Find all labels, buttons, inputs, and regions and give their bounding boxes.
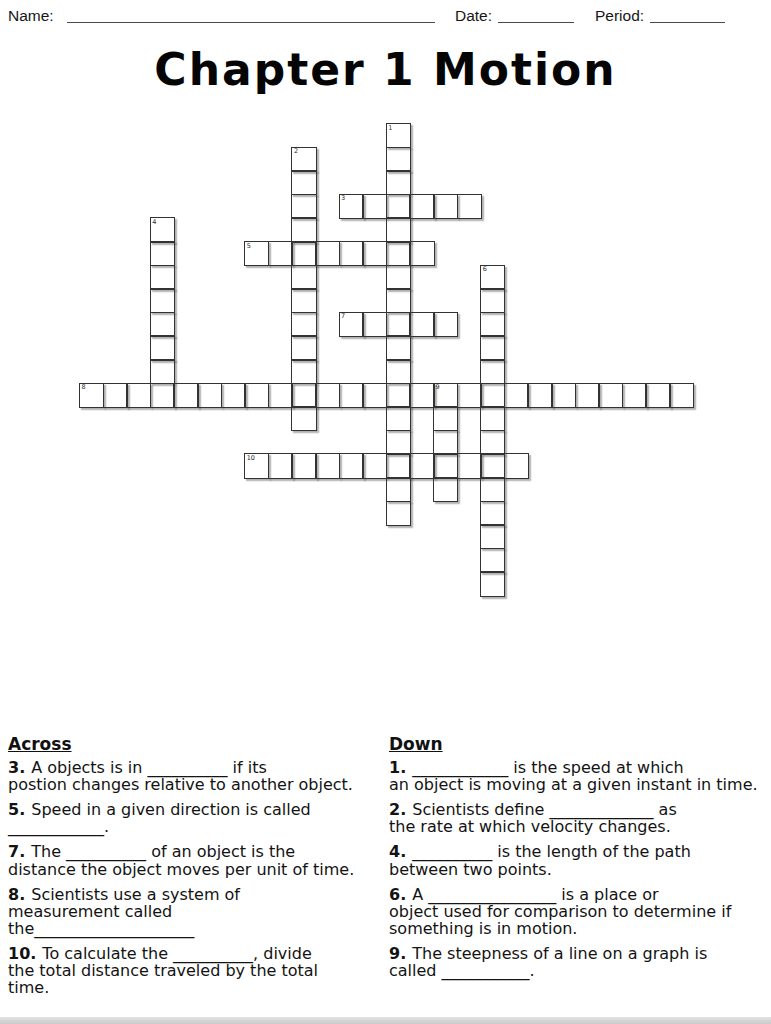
grid-cell[interactable] [150,241,175,266]
grid-cell[interactable] [386,501,411,526]
clue-text: The __________ of an object is the dista… [8,842,354,878]
grid-cell[interactable]: 10 [244,453,269,478]
page-bottom-edge [0,1017,771,1024]
clue-text: Scientists use a system of measurement c… [8,885,240,938]
grid-cell[interactable] [480,524,505,549]
grid-cell[interactable] [291,217,316,242]
grid-cell[interactable] [433,477,458,502]
grid-cell[interactable] [480,501,505,526]
grid-cell[interactable] [386,477,411,502]
clue-item: 10.To calculate the __________, divide t… [8,945,382,996]
grid-cell[interactable] [386,194,411,219]
grid-cell[interactable]: 1 [386,123,411,148]
grid-cell[interactable] [433,312,458,337]
cell-number: 10 [247,455,255,462]
grid-cell[interactable] [480,288,505,313]
clue-item: 8.Scientists use a system of measurement… [8,886,382,937]
cell-number: 3 [341,195,345,202]
worksheet-page: Name: Date: Period: Chapter 1 Motion 123… [0,0,771,1024]
page-title: Chapter 1 Motion [0,44,771,95]
clue-item: 1.____________ is the speed at which an … [389,759,769,793]
date-label: Date: [455,7,492,25]
grid-cell[interactable] [268,241,293,266]
grid-cell[interactable] [480,477,505,502]
grid-cell[interactable] [126,383,151,408]
clue-item: 3.A objects is in __________ if its post… [8,759,382,793]
grid-cell[interactable] [268,383,293,408]
grid-cell[interactable] [504,453,529,478]
cell-number: 7 [341,313,345,320]
across-clues-section: Across 3.A objects is in __________ if i… [8,734,382,1004]
grid-cell[interactable] [598,383,623,408]
grid-cell[interactable] [339,383,364,408]
grid-cell[interactable] [315,453,340,478]
grid-cell[interactable] [386,241,411,266]
grid-cell[interactable] [457,453,482,478]
grid-cell[interactable] [173,383,198,408]
grid-cell[interactable] [291,241,316,266]
grid-cell[interactable] [433,430,458,455]
across-heading: Across [8,734,382,754]
clue-text: A ________________ is a place or object … [389,885,731,938]
cell-number: 5 [247,243,251,250]
clue-text: Speed in a given direction is called ___… [8,800,311,836]
grid-cell[interactable]: 2 [291,147,316,172]
grid-cell[interactable] [291,453,316,478]
name-label: Name: [8,7,54,25]
grid-cell[interactable] [150,359,175,384]
clue-text: __________ is the length of the path bet… [389,842,691,878]
grid-cell[interactable]: 9 [433,383,458,408]
grid-cell[interactable] [480,571,505,596]
grid-cell[interactable] [150,335,175,360]
grid-cell[interactable]: 7 [339,312,364,337]
clue-text: ____________ is the speed at which an ob… [389,758,758,794]
grid-cell[interactable] [197,383,222,408]
cell-number: 4 [152,219,156,226]
period-label: Period: [595,7,644,25]
grid-cell[interactable] [386,217,411,242]
grid-cell[interactable] [480,359,505,384]
grid-cell[interactable] [291,312,316,337]
grid-cell[interactable] [362,241,387,266]
grid-cell[interactable] [386,453,411,478]
grid-cell[interactable] [386,430,411,455]
clue-text: To calculate the __________, divide the … [8,944,318,997]
grid-cell[interactable]: 8 [79,383,104,408]
grid-cell[interactable]: 4 [150,217,175,242]
down-clue-list: 1.____________ is the speed at which an … [389,759,769,979]
grid-cell[interactable]: 5 [244,241,269,266]
grid-cell[interactable] [386,288,411,313]
cell-number: 2 [294,148,298,155]
grid-cell[interactable] [291,194,316,219]
grid-cell[interactable] [221,383,246,408]
grid-cell[interactable] [150,312,175,337]
grid-cell[interactable] [409,312,434,337]
grid-cell[interactable] [480,312,505,337]
clue-item: 6.A ________________ is a place or objec… [389,886,769,937]
grid-cell[interactable] [386,359,411,384]
clue-text: The steepness of a line on a graph is ca… [389,944,707,980]
grid-cell[interactable] [645,383,670,408]
cell-number: 6 [483,266,487,273]
grid-cell[interactable]: 3 [339,194,364,219]
grid-cell[interactable] [480,453,505,478]
period-blank-line[interactable] [650,7,725,23]
grid-cell[interactable] [244,383,269,408]
grid-cell[interactable] [291,265,316,290]
grid-cell[interactable] [622,383,647,408]
grid-cell[interactable] [386,383,411,408]
grid-cell[interactable] [268,453,293,478]
grid-cell[interactable] [480,430,505,455]
grid-cell[interactable] [409,194,434,219]
clue-item: 2.Scientists define _____________ as the… [389,801,769,835]
grid-cell[interactable] [480,335,505,360]
grid-cell[interactable] [315,383,340,408]
grid-cell[interactable] [339,453,364,478]
grid-cell[interactable] [362,383,387,408]
grid-cell[interactable] [551,383,576,408]
grid-cell[interactable] [527,383,552,408]
grid-cell[interactable] [669,383,694,408]
clue-item: 4.__________ is the length of the path b… [389,843,769,877]
grid-cell[interactable] [386,312,411,337]
cell-number: 1 [388,125,392,132]
grid-cell[interactable] [480,406,505,431]
grid-cell[interactable] [480,548,505,573]
grid-cell[interactable] [150,265,175,290]
clue-text: Scientists define _____________ as the r… [389,800,677,836]
grid-cell[interactable] [386,170,411,195]
grid-cell[interactable] [409,383,434,408]
grid-cell[interactable] [291,383,316,408]
grid-cell[interactable] [409,453,434,478]
grid-cell[interactable] [575,383,600,408]
grid-cell[interactable] [480,383,505,408]
clue-text: A objects is in __________ if its postio… [8,758,353,794]
name-blank-line[interactable] [67,7,435,23]
grid-cell[interactable] [433,453,458,478]
grid-cell[interactable] [150,288,175,313]
clue-item: 5.Speed in a given direction is called _… [8,801,382,835]
grid-cell[interactable] [291,170,316,195]
grid-cell[interactable] [362,312,387,337]
grid-cell[interactable] [362,453,387,478]
grid-cell[interactable] [386,147,411,172]
grid-cell[interactable] [339,241,364,266]
grid-cell[interactable] [291,335,316,360]
grid-cell[interactable] [150,383,175,408]
cell-number: 8 [82,384,86,391]
across-clue-list: 3.A objects is in __________ if its post… [8,759,382,996]
grid-cell[interactable] [386,265,411,290]
grid-cell[interactable] [291,288,316,313]
grid-cell[interactable] [386,406,411,431]
date-blank-line[interactable] [498,7,574,23]
grid-cell[interactable] [386,335,411,360]
crossword-grid: 12345678910 [79,123,695,597]
grid-cell[interactable] [315,241,340,266]
clue-item: 9.The steepness of a line on a graph is … [389,945,769,979]
grid-cell[interactable] [433,194,458,219]
grid-cell[interactable] [291,406,316,431]
grid-cell[interactable] [457,383,482,408]
grid-cell[interactable] [291,359,316,384]
clue-item: 7.The __________ of an object is the dis… [8,843,382,877]
grid-cell[interactable] [504,383,529,408]
grid-cell[interactable] [433,406,458,431]
down-heading: Down [389,734,769,754]
grid-cell[interactable] [362,194,387,219]
grid-cell[interactable] [457,194,482,219]
grid-cell[interactable] [409,241,434,266]
grid-cell[interactable] [103,383,128,408]
cell-number: 9 [436,384,440,391]
grid-cell[interactable]: 6 [480,265,505,290]
down-clues-section: Down 1.____________ is the speed at whic… [389,734,769,987]
